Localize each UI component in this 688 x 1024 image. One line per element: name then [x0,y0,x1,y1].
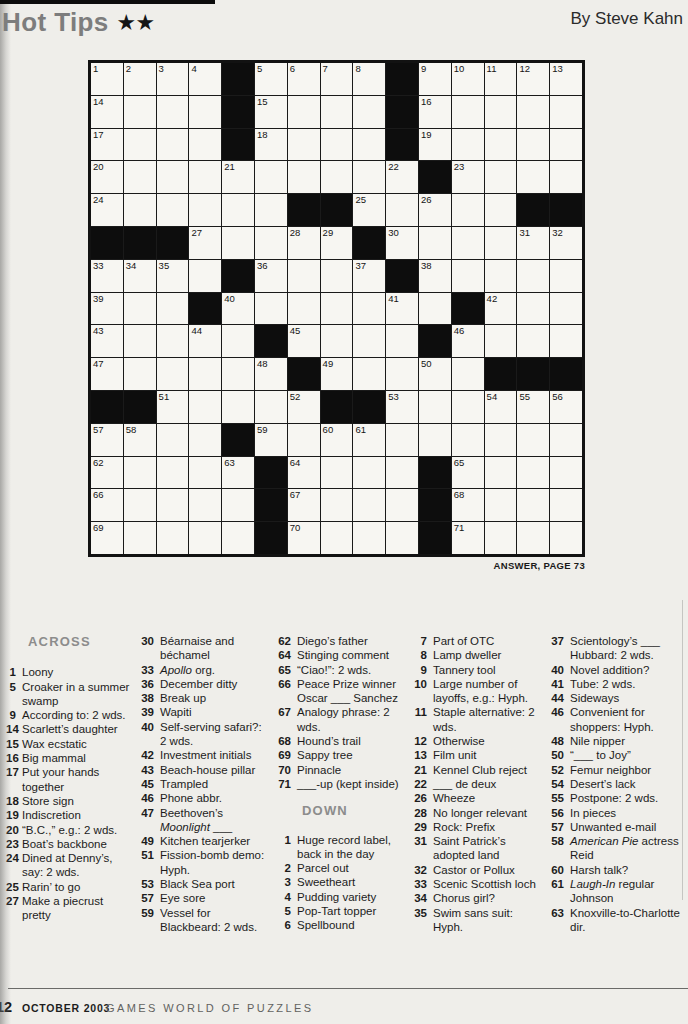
across-clue-68: 68Hound’s trail [271,734,403,748]
across-clue-5: 5Croaker in a summer swamp [6,680,133,709]
grid-cell[interactable] [517,293,549,325]
clue-number: 39 [133,705,160,719]
grid-cell[interactable] [452,260,484,292]
grid-cell[interactable]: 70 [288,522,320,554]
grid-cell[interactable] [222,358,254,390]
grid-cell[interactable]: 14 [91,96,123,128]
black-cell [517,358,549,390]
grid-cell[interactable] [157,358,189,390]
clue-number: 11 [409,705,433,734]
grid-cell[interactable]: 35 [157,260,189,292]
grid-cell[interactable]: 10 [452,63,484,95]
down-clue-32: 32Castor or Pollux [409,863,543,877]
across-clue-19: 19Indiscretion [6,808,133,822]
grid-cell[interactable]: 28 [288,227,320,259]
grid-cell[interactable] [222,194,254,226]
grid-cell[interactable] [321,260,353,292]
clue-text: Make a piecrust pretty [22,894,133,923]
grid-cell[interactable] [353,489,385,521]
down-clue-63: 63Knoxville-to-Charlotte dir. [545,906,687,935]
grid-cell[interactable]: 60 [321,424,353,456]
grid-cell[interactable] [288,260,320,292]
grid-cell[interactable]: 27 [189,227,221,259]
grid-cell[interactable]: 57 [91,424,123,456]
grid-cell[interactable] [157,325,189,357]
clue-text: Kennel Club reject [433,763,543,777]
grid-cell[interactable] [189,260,221,292]
grid-cell[interactable]: 58 [124,424,156,456]
grid-cell[interactable] [353,96,385,128]
cell-number: 40 [224,294,235,304]
grid-cell[interactable] [517,260,549,292]
grid-cell[interactable] [353,358,385,390]
down-clue-46: 46Convenient for shoppers: Hyph. [545,705,687,734]
grid-cell[interactable] [386,457,418,489]
grid-cell[interactable]: 6 [288,63,320,95]
grid-cell[interactable]: 30 [386,227,418,259]
clue-text: Spellbound [297,918,403,932]
grid-cell[interactable]: 20 [91,161,123,193]
grid-cell[interactable] [321,96,353,128]
grid-cell[interactable] [157,522,189,554]
clue-number: 31 [409,834,433,863]
grid-cell[interactable]: 12 [517,63,549,95]
clue-column-3: 62Diego’s father64Stinging comment65“Cia… [271,634,403,933]
grid-cell[interactable] [517,489,549,521]
clue-text: According to: 2 wds. [22,708,133,722]
grid-cell[interactable]: 9 [419,63,451,95]
grid-cell[interactable] [517,522,549,554]
clue-number: 14 [6,722,22,736]
clue-number: 50 [545,748,570,762]
grid-cell[interactable]: 11 [485,63,517,95]
clue-number: 59 [133,906,160,935]
down-clue-61: 61Laugh-In regular Johnson [545,877,687,906]
grid-cell[interactable] [550,489,582,521]
cell-number: 49 [323,359,334,369]
cell-number: 38 [421,261,432,271]
clue-number: 67 [271,705,297,734]
clue-text: Rarin’ to go [22,880,133,894]
grid-cell[interactable] [288,424,320,456]
grid-cell[interactable] [157,293,189,325]
grid-cell[interactable] [419,293,451,325]
grid-cell[interactable]: 21 [222,161,254,193]
cell-number: 63 [224,458,235,468]
grid-cell[interactable]: 15 [255,96,287,128]
down-clue-54: 54Desert’s lack [545,777,687,791]
clue-number: 19 [6,808,22,822]
grid-cell[interactable]: 17 [91,129,123,161]
clue-number: 20 [6,823,22,837]
clue-text: “Ciao!”: 2 wds. [297,663,403,677]
grid-cell[interactable] [353,161,385,193]
grid-cell[interactable] [419,424,451,456]
grid-cell[interactable] [288,161,320,193]
black-cell [550,194,582,226]
clue-text: No longer relevant [433,806,543,820]
grid-cell[interactable] [550,522,582,554]
clue-number: 29 [409,820,433,834]
clue-number: 6 [271,918,297,932]
grid-cell[interactable]: 25 [353,194,385,226]
grid-cell[interactable] [321,161,353,193]
grid-cell[interactable]: 62 [91,457,123,489]
grid-cell[interactable] [485,260,517,292]
clue-number: 46 [545,705,570,734]
clue-text: Rock: Prefix [433,820,543,834]
grid-cell[interactable] [386,325,418,357]
clue-text: Sideways [570,691,687,705]
cell-number: 15 [257,97,268,107]
clue-number: 13 [409,748,433,762]
grid-cell[interactable] [517,96,549,128]
grid-cell[interactable] [189,522,221,554]
grid-cell[interactable]: 37 [353,260,385,292]
clue-number: 5 [6,680,22,709]
grid-cell[interactable]: 64 [288,457,320,489]
grid-cell[interactable]: 71 [452,522,484,554]
grid-cell[interactable] [485,129,517,161]
clue-text: Unwanted e-mail [570,820,687,834]
grid-cell[interactable]: 24 [91,194,123,226]
grid-cell[interactable]: 1 [91,63,123,95]
black-cell [353,391,385,423]
grid-cell[interactable]: 5 [255,63,287,95]
grid-cell[interactable]: 47 [91,358,123,390]
grid-cell[interactable] [124,457,156,489]
grid-cell[interactable] [386,424,418,456]
grid-cell[interactable]: 38 [419,260,451,292]
cell-number: 11 [487,64,497,74]
clue-text: Kitchen tearjerker [160,834,270,848]
grid-cell[interactable] [485,424,517,456]
grid-cell[interactable]: 4 [189,63,221,95]
grid-cell[interactable]: 65 [452,457,484,489]
clue-number: 1 [271,833,297,862]
grid-cell[interactable]: 31 [517,227,549,259]
grid-cell[interactable]: 23 [452,161,484,193]
grid-cell[interactable] [255,293,287,325]
grid-cell[interactable] [321,522,353,554]
grid-cell[interactable] [189,358,221,390]
grid-cell[interactable] [255,194,287,226]
clue-number: 16 [6,751,22,765]
grid-cell[interactable] [189,194,221,226]
grid-cell[interactable]: 39 [91,293,123,325]
clue-text: Scarlett’s daughter [22,722,133,736]
down-clue-55: 55Postpone: 2 wds. [545,791,687,805]
scan-right-edge [682,600,683,900]
cell-number: 2 [126,64,131,74]
grid-cell[interactable] [321,129,353,161]
black-cell [386,260,418,292]
grid-cell[interactable]: 3 [157,63,189,95]
grid-cell[interactable]: 46 [452,325,484,357]
grid-cell[interactable] [189,161,221,193]
grid-cell[interactable] [157,489,189,521]
grid-cell[interactable] [550,129,582,161]
across-clue-71: 71___-up (kept inside) [271,777,403,791]
black-cell [288,358,320,390]
grid-cell[interactable] [386,489,418,521]
grid-cell[interactable] [353,522,385,554]
grid-cell[interactable]: 40 [222,293,254,325]
clue-number: 25 [6,880,22,894]
grid-cell[interactable] [189,424,221,456]
grid-cell[interactable] [222,391,254,423]
clue-number: 54 [545,777,570,791]
grid-cell[interactable] [517,457,549,489]
clue-text: Convenient for shoppers: Hyph. [570,705,687,734]
grid-cell[interactable] [124,325,156,357]
cell-number: 20 [93,162,104,172]
black-cell [255,489,287,521]
black-cell [452,293,484,325]
grid-cell[interactable] [452,227,484,259]
down-clue-44: 44Sideways [545,691,687,705]
cell-number: 54 [487,392,498,402]
grid-cell[interactable] [124,358,156,390]
clue-column-5: 37Scientology’s ___ Hubbard: 2 wds.40Nov… [545,634,687,934]
grid-cell[interactable] [517,161,549,193]
down-clue-29: 29Rock: Prefix [409,820,543,834]
grid-cell[interactable]: 41 [386,293,418,325]
grid-cell[interactable] [157,96,189,128]
grid-cell[interactable]: 43 [91,325,123,357]
grid-cell[interactable] [452,358,484,390]
grid-cell[interactable]: 54 [485,391,517,423]
grid-cell[interactable] [386,522,418,554]
grid-cell[interactable]: 66 [91,489,123,521]
across-clue-49: 49Kitchen tearjerker [133,834,270,848]
grid-cell[interactable]: 53 [386,391,418,423]
grid-cell[interactable] [157,424,189,456]
cell-number: 14 [93,97,104,107]
grid-cell[interactable] [517,129,549,161]
cell-number: 48 [257,359,268,369]
grid-cell[interactable] [321,325,353,357]
down-clue-2: 2Parcel out [271,861,403,875]
grid-cell[interactable] [353,325,385,357]
grid-cell[interactable]: 68 [452,489,484,521]
grid-cell[interactable]: 50 [419,358,451,390]
cell-number: 62 [93,458,104,468]
cell-number: 67 [290,490,301,500]
clue-number: 30 [133,634,160,663]
grid-cell[interactable]: 69 [91,522,123,554]
grid-cell[interactable] [288,96,320,128]
clue-text: Béarnaise and béchamel [160,634,270,663]
grid-cell[interactable] [485,325,517,357]
grid-cell[interactable] [124,522,156,554]
grid-cell[interactable]: 2 [124,63,156,95]
grid-cell[interactable] [321,457,353,489]
grid-cell[interactable] [124,161,156,193]
grid-cell[interactable] [124,194,156,226]
clue-number: 21 [409,763,433,777]
grid-cell[interactable]: 49 [321,358,353,390]
grid-cell[interactable] [485,457,517,489]
grid-cell[interactable] [222,325,254,357]
grid-cell[interactable]: 7 [321,63,353,95]
grid-cell[interactable] [550,457,582,489]
grid-cell[interactable] [124,129,156,161]
clue-text: Novel addition? [570,663,687,677]
down-clue-1: 1Huge record label, back in the day [271,833,403,862]
clue-text: Black Sea port [160,877,270,891]
grid-cell[interactable] [157,194,189,226]
grid-cell[interactable] [321,293,353,325]
grid-cell[interactable] [485,194,517,226]
grid-cell[interactable]: 13 [550,63,582,95]
grid-cell[interactable]: 42 [485,293,517,325]
clue-text: Self-serving safari?: 2 wds. [160,720,270,749]
grid-cell[interactable]: 18 [255,129,287,161]
clue-number: 18 [6,794,22,808]
down-clue-13: 13Film unit [409,748,543,762]
across-clue-43: 43Beach-house pillar [133,763,270,777]
grid-cell[interactable] [288,293,320,325]
grid-cell[interactable]: 67 [288,489,320,521]
clue-text: Dined at Denny’s, say: 2 wds. [22,851,133,880]
grid-cell[interactable] [452,424,484,456]
grid-cell[interactable] [353,457,385,489]
grid-cell[interactable] [222,227,254,259]
grid-cell[interactable]: 16 [419,96,451,128]
grid-cell[interactable] [452,129,484,161]
grid-cell[interactable] [157,457,189,489]
grid-cell[interactable] [124,96,156,128]
clue-number: 28 [409,806,433,820]
grid-cell[interactable]: 19 [419,129,451,161]
cell-number: 26 [421,195,432,205]
grid-cell[interactable]: 36 [255,260,287,292]
grid-cell[interactable] [189,489,221,521]
grid-cell[interactable]: 29 [321,227,353,259]
clue-number: 58 [545,834,570,863]
grid-cell[interactable] [452,96,484,128]
cell-number: 33 [93,261,104,271]
grid-cell[interactable] [157,129,189,161]
cell-number: 27 [191,228,202,238]
grid-cell[interactable] [124,489,156,521]
across-clue-65: 65“Ciao!”: 2 wds. [271,663,403,677]
grid-cell[interactable] [485,161,517,193]
grid-cell[interactable]: 34 [124,260,156,292]
black-cell [419,457,451,489]
grid-cell[interactable]: 44 [189,325,221,357]
grid-cell[interactable] [189,96,221,128]
grid-cell[interactable] [255,391,287,423]
grid-cell[interactable]: 33 [91,260,123,292]
clue-text: Otherwise [433,734,543,748]
grid-cell[interactable] [386,194,418,226]
black-cell [222,260,254,292]
grid-cell[interactable]: 45 [288,325,320,357]
clue-number: 9 [6,708,22,722]
grid-cell[interactable] [353,129,385,161]
grid-cell[interactable] [452,194,484,226]
grid-cell[interactable]: 48 [255,358,287,390]
grid-cell[interactable] [157,161,189,193]
grid-cell[interactable] [517,325,549,357]
cell-number: 47 [93,359,104,369]
clue-text: Apollo org. [160,663,270,677]
grid-cell[interactable] [124,293,156,325]
across-clue-18: 18Store sign [6,794,133,808]
grid-cell[interactable]: 51 [157,391,189,423]
clue-text: Trampled [160,777,270,791]
grid-cell[interactable] [288,129,320,161]
grid-cell[interactable] [550,161,582,193]
grid-cell[interactable] [419,391,451,423]
grid-cell[interactable]: 8 [353,63,385,95]
clue-number: 48 [545,734,570,748]
grid-cell[interactable] [550,424,582,456]
grid-cell[interactable] [485,489,517,521]
grid-cell[interactable]: 55 [517,391,549,423]
grid-cell[interactable] [452,391,484,423]
across-clue-15: 15Wax ecstatic [6,737,133,751]
clue-text: Part of OTC [433,634,543,648]
grid-cell[interactable] [189,129,221,161]
grid-cell[interactable] [419,227,451,259]
grid-cell[interactable]: 63 [222,457,254,489]
grid-cell[interactable] [550,260,582,292]
grid-cell[interactable]: 59 [255,424,287,456]
across-clue-51: 51Fission-bomb demo: Hyph. [133,848,270,877]
grid-cell[interactable] [255,161,287,193]
cell-number: 10 [454,64,465,74]
black-cell [517,194,549,226]
grid-cell[interactable] [485,522,517,554]
grid-cell[interactable] [550,293,582,325]
grid-cell[interactable]: 56 [550,391,582,423]
grid-cell[interactable] [255,227,287,259]
grid-cell[interactable]: 26 [419,194,451,226]
down-clue-50: 50“___ to Joy” [545,748,687,762]
grid-cell[interactable] [485,227,517,259]
grid-cell[interactable]: 61 [353,424,385,456]
grid-cell[interactable] [517,424,549,456]
grid-cell[interactable] [321,489,353,521]
grid-cell[interactable]: 32 [550,227,582,259]
grid-cell[interactable] [189,457,221,489]
grid-cell[interactable] [353,293,385,325]
grid-cell[interactable] [550,96,582,128]
grid-cell[interactable] [550,325,582,357]
clue-text: Beach-house pillar [160,763,270,777]
clue-number: 9 [409,663,433,677]
cell-number: 57 [93,425,104,435]
grid-cell[interactable] [222,489,254,521]
grid-cell[interactable] [485,96,517,128]
black-cell [255,522,287,554]
grid-cell[interactable] [222,522,254,554]
down-clue-7: 7Part of OTC [409,634,543,648]
clue-number: 44 [545,691,570,705]
grid-cell[interactable]: 22 [386,161,418,193]
black-cell [321,391,353,423]
clue-text: Diego’s father [297,634,403,648]
across-clue-38: 38Break up [133,691,270,705]
across-clue-62: 62Diego’s father [271,634,403,648]
grid-cell[interactable]: 52 [288,391,320,423]
grid-cell[interactable] [386,358,418,390]
grid-cell[interactable] [189,391,221,423]
cell-number: 41 [388,294,399,304]
